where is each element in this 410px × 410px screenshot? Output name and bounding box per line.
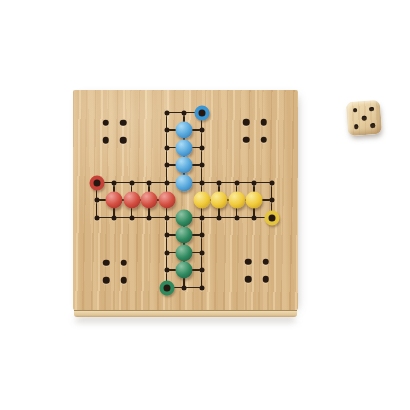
home-hole-top-left[interactable]: [120, 137, 127, 144]
track-hole[interactable]: [112, 215, 117, 220]
track-hole[interactable]: [164, 110, 169, 115]
home-hole-bottom-right[interactable]: [245, 259, 252, 266]
track-hole[interactable]: [129, 180, 134, 185]
peg-blue[interactable]: [176, 139, 193, 156]
track-hole[interactable]: [217, 215, 222, 220]
track-hole[interactable]: [182, 110, 187, 115]
home-hole-bottom-right[interactable]: [263, 276, 270, 283]
start-ring-red[interactable]: [89, 175, 104, 190]
track-hole[interactable]: [164, 180, 169, 185]
track-hole[interactable]: [129, 215, 134, 220]
peg-blue[interactable]: [176, 157, 193, 174]
peg-red[interactable]: [123, 192, 140, 209]
track-hole[interactable]: [164, 145, 169, 150]
track-hole[interactable]: [199, 233, 204, 238]
peg-yellow[interactable]: [211, 192, 228, 209]
track-hole[interactable]: [199, 145, 204, 150]
track-hole[interactable]: [199, 268, 204, 273]
peg-blue[interactable]: [176, 174, 193, 191]
track-hole[interactable]: [234, 215, 239, 220]
start-ring-yellow[interactable]: [264, 210, 279, 225]
board-face: [73, 90, 298, 310]
track-hole[interactable]: [164, 250, 169, 255]
home-hole-top-left[interactable]: [103, 120, 110, 127]
home-hole-top-right[interactable]: [261, 137, 268, 144]
track-hole[interactable]: [252, 215, 257, 220]
track-hole[interactable]: [252, 180, 257, 185]
track-hole[interactable]: [164, 163, 169, 168]
home-hole-top-left[interactable]: [120, 120, 127, 127]
track-hole[interactable]: [94, 198, 99, 203]
die-pip: [353, 108, 358, 113]
home-hole-top-right[interactable]: [261, 119, 268, 126]
track-hole[interactable]: [199, 215, 204, 220]
home-hole-top-right[interactable]: [243, 119, 250, 126]
home-hole-bottom-right[interactable]: [245, 276, 252, 283]
track-hole[interactable]: [147, 215, 152, 220]
track-hole[interactable]: [147, 180, 152, 185]
peg-blue[interactable]: [176, 122, 193, 139]
track-hole[interactable]: [199, 285, 204, 290]
track-hole[interactable]: [217, 180, 222, 185]
scene: [0, 0, 410, 410]
die-pip: [354, 124, 359, 129]
track-hole[interactable]: [182, 285, 187, 290]
die-pip: [362, 116, 367, 121]
track-hole[interactable]: [269, 198, 274, 203]
die-pip: [370, 123, 375, 128]
track-hole[interactable]: [94, 215, 99, 220]
peg-green[interactable]: [176, 209, 193, 226]
die-pip: [369, 107, 374, 112]
track-hole[interactable]: [199, 163, 204, 168]
track-hole[interactable]: [199, 180, 204, 185]
peg-green[interactable]: [176, 227, 193, 244]
ludo-board: [73, 90, 298, 316]
track-hole[interactable]: [199, 128, 204, 133]
die[interactable]: [346, 100, 382, 136]
peg-red[interactable]: [158, 192, 175, 209]
peg-green[interactable]: [176, 262, 193, 279]
home-hole-bottom-right[interactable]: [263, 259, 270, 266]
track-hole[interactable]: [112, 180, 117, 185]
track-hole[interactable]: [199, 250, 204, 255]
track-hole[interactable]: [164, 233, 169, 238]
start-ring-green[interactable]: [159, 280, 174, 295]
peg-green[interactable]: [176, 244, 193, 261]
track-hole[interactable]: [234, 180, 239, 185]
home-hole-bottom-left[interactable]: [103, 277, 110, 284]
home-hole-bottom-left[interactable]: [103, 260, 110, 267]
peg-yellow[interactable]: [193, 192, 210, 209]
track-hole[interactable]: [164, 268, 169, 273]
home-hole-top-right[interactable]: [243, 137, 250, 144]
peg-red[interactable]: [141, 192, 158, 209]
peg-red[interactable]: [106, 192, 123, 209]
peg-yellow[interactable]: [228, 192, 245, 209]
board-side-edge: [74, 310, 297, 317]
track-hole[interactable]: [164, 128, 169, 133]
track-hole[interactable]: [164, 215, 169, 220]
home-hole-bottom-left[interactable]: [121, 260, 128, 267]
peg-yellow[interactable]: [246, 192, 263, 209]
home-hole-top-left[interactable]: [103, 137, 110, 144]
start-ring-blue[interactable]: [194, 105, 209, 120]
home-hole-bottom-left[interactable]: [121, 277, 128, 284]
track-hole[interactable]: [269, 180, 274, 185]
